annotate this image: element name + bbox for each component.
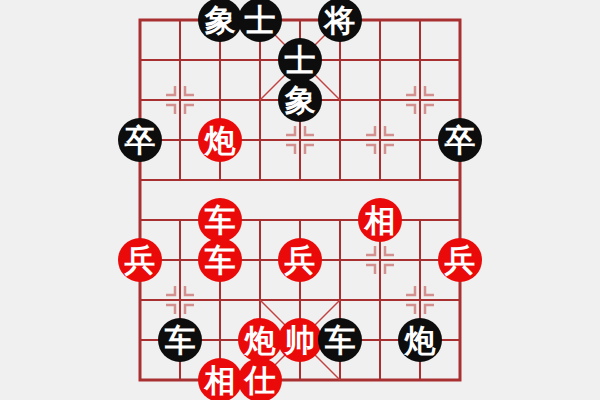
piece-black-elephant[interactable]: 象: [198, 0, 242, 42]
piece-red-advisor[interactable]: 仕: [238, 358, 282, 400]
piece-black-elephant[interactable]: 象: [278, 78, 322, 122]
piece-black-soldier[interactable]: 卒: [438, 118, 482, 162]
piece-red-chariot[interactable]: 车: [198, 238, 242, 282]
xiangqi-board[interactable]: 象士将士象卒炮卒车相兵车兵兵车炮帅车炮相仕: [120, 0, 480, 400]
piece-red-cannon[interactable]: 炮: [198, 118, 242, 162]
piece-red-soldier[interactable]: 兵: [118, 238, 162, 282]
piece-red-cannon[interactable]: 炮: [238, 318, 282, 362]
piece-black-advisor[interactable]: 士: [278, 38, 322, 82]
piece-red-general[interactable]: 帅: [278, 318, 322, 362]
piece-red-soldier[interactable]: 兵: [278, 238, 322, 282]
xiangqi-screenshot: 象士将士象卒炮卒车相兵车兵兵车炮帅车炮相仕: [0, 0, 600, 400]
piece-black-chariot[interactable]: 车: [318, 318, 362, 362]
piece-black-advisor[interactable]: 士: [238, 0, 282, 42]
piece-black-cannon[interactable]: 炮: [398, 318, 442, 362]
piece-red-elephant[interactable]: 相: [358, 198, 402, 242]
piece-red-elephant[interactable]: 相: [198, 358, 242, 400]
piece-red-chariot[interactable]: 车: [198, 198, 242, 242]
piece-black-general[interactable]: 将: [318, 0, 362, 42]
piece-black-chariot[interactable]: 车: [158, 318, 202, 362]
piece-black-soldier[interactable]: 卒: [118, 118, 162, 162]
piece-red-soldier[interactable]: 兵: [438, 238, 482, 282]
